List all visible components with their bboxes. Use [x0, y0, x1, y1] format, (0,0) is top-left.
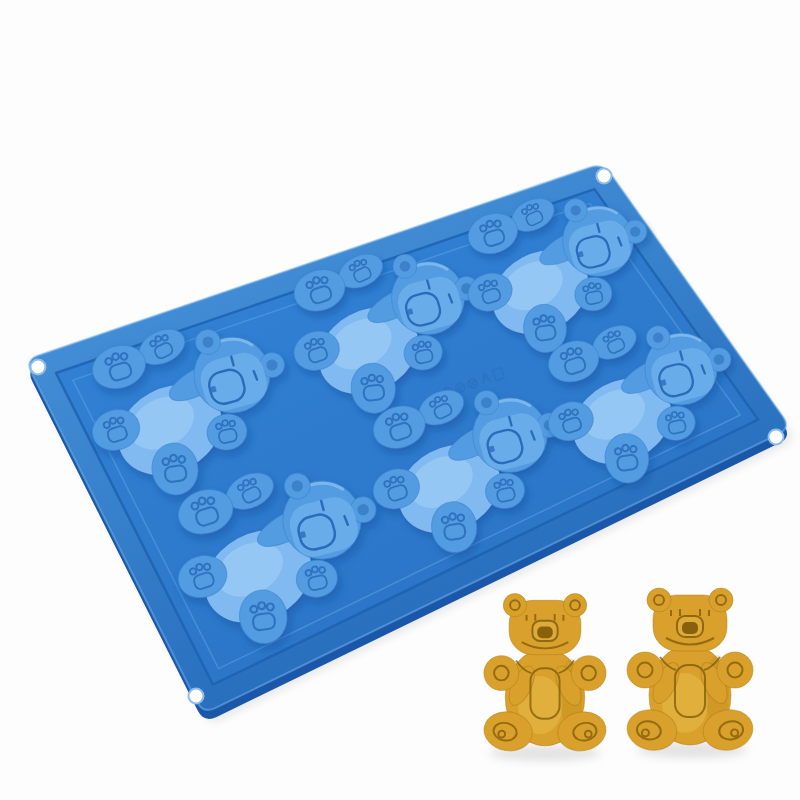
- corner-hole-top: [597, 169, 612, 184]
- product-photo: [0, 0, 800, 800]
- scene-canvas: [0, 0, 800, 800]
- corner-hole-bottom: [189, 689, 204, 704]
- corner-hole-left: [31, 360, 46, 375]
- corner-hole-right: [769, 430, 784, 445]
